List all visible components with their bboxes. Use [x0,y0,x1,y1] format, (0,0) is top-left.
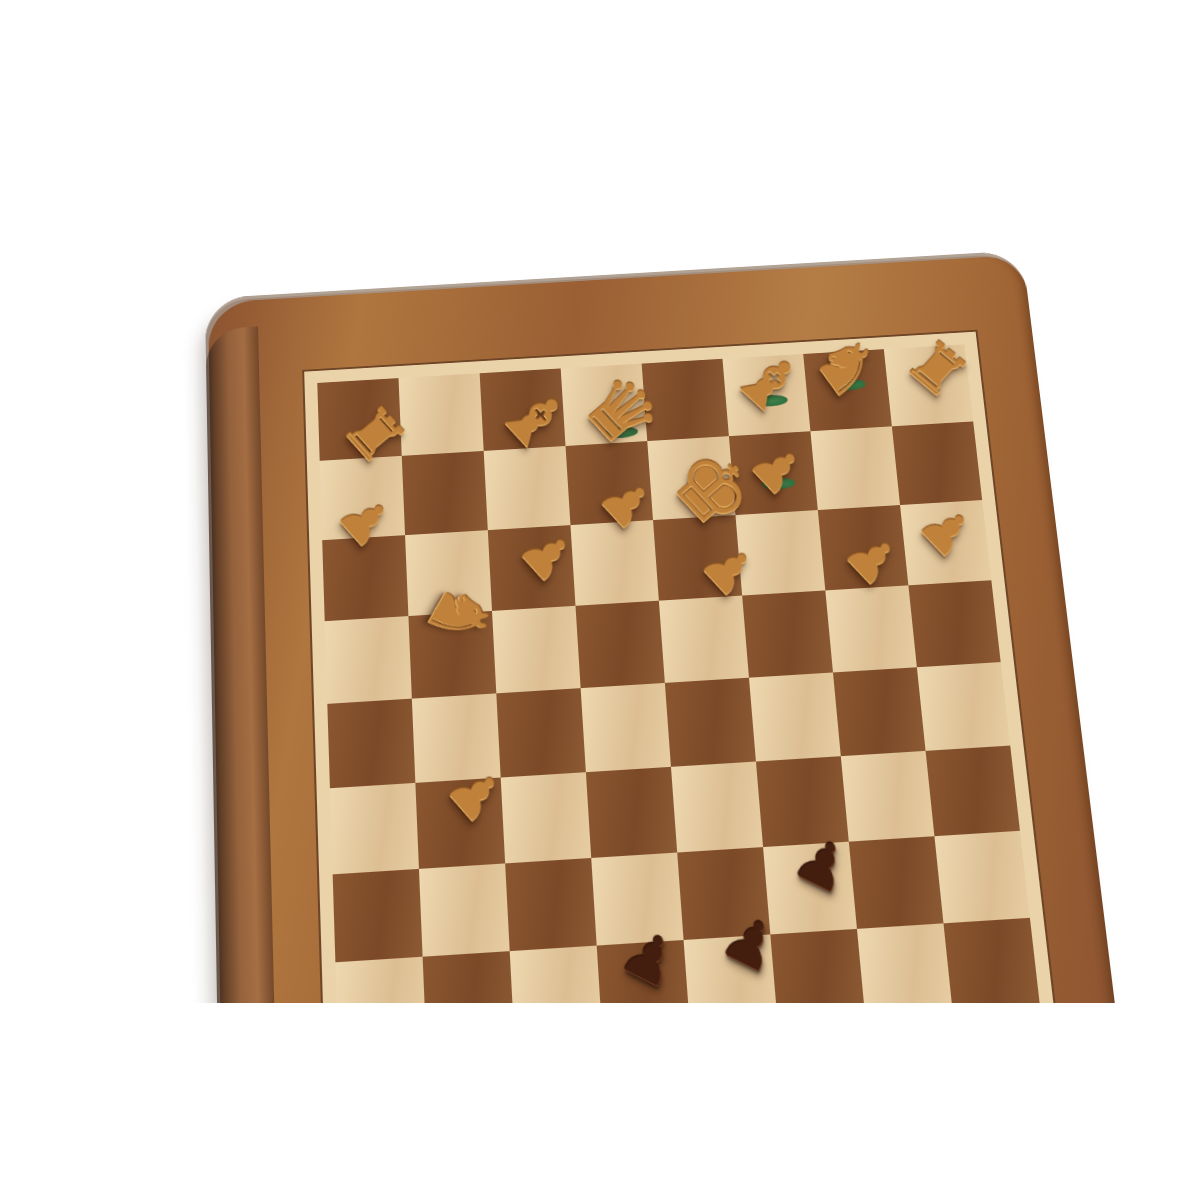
square-b2 [402,451,488,535]
square-b1 [399,373,484,456]
square-c5 [496,688,586,777]
square-h8 [943,918,1040,1003]
square-f8 [770,929,865,1003]
light-queen-d1: ♛ [581,371,658,452]
light-bishop-c1: ♝ [500,382,569,455]
light-pawn-b5: ♟ [448,764,502,825]
dark-pawn-f7: ♟ [793,832,852,896]
square-g2 [810,426,900,510]
square-f4 [742,590,833,677]
board-frame: ♜♝♛♝♞♜♟♟♚♟♞♟♟♟♟♟♟♟♟ [205,250,1135,1003]
square-h5 [917,662,1010,751]
square-h2 [892,421,982,505]
chess-grid: ♜♝♛♝♞♜♟♟♚♟♞♟♟♟♟♟♟♟♟ [317,344,1040,1003]
square-c8 [510,946,603,1003]
square-e6 [671,762,763,853]
square-h4 [908,580,1000,667]
light-knight-b3: ♞ [426,578,494,653]
square-g5 [833,667,926,756]
square-g4 [825,585,917,672]
light-pawn-h3: ♟ [918,502,974,559]
square-d6 [586,767,677,858]
square-a8 [335,957,426,1003]
light-knight-g1: ♞ [812,331,881,401]
square-e4 [659,596,749,683]
photo-crop: ♜♝♛♝♞♜♟♟♚♟♞♟♟♟♟♟♟♟♟ [0,0,1200,1003]
square-c7 [505,858,597,951]
product-photo: ♜♝♛♝♞♜♟♟♚♟♞♟♟♟♟♟♟♟♟ [0,0,1200,1200]
square-e5 [665,678,756,767]
square-b7 [419,863,510,956]
light-king-e2: ♚ [670,444,755,533]
light-pawn-f2: ♟ [750,441,804,497]
square-b8 [423,951,515,1003]
light-pawn-g3: ♟ [844,530,899,587]
square-f5 [749,672,841,761]
square-d4 [575,601,664,688]
light-pawn-d2: ♟ [600,475,654,532]
dark-pawn-d7: ♟ [620,925,679,991]
board-border: ♜♝♛♝♞♜♟♟♚♟♞♟♟♟♟♟♟♟♟ [302,330,1058,1003]
square-a4 [325,616,412,704]
chess-board-wrap: ♜♝♛♝♞♜♟♟♚♟♞♟♟♟♟♟♟♟♟ [205,250,1135,1003]
square-a6 [330,783,419,874]
square-a5 [327,699,415,789]
light-pawn-a2: ♟ [339,492,391,549]
square-h7 [934,831,1029,924]
dark-pawn-e7: ♟ [721,910,780,975]
square-g8 [857,923,953,1003]
light-rook-a1: ♜ [344,402,403,466]
box-side-edge [205,326,279,1003]
square-d5 [581,683,671,772]
light-pawn-e3: ♟ [701,541,756,599]
square-g6 [841,751,935,842]
square-a7 [333,869,423,962]
light-pawn-c3: ♟ [520,527,573,584]
square-g7 [849,836,944,929]
square-h6 [926,746,1020,837]
light-rook-h1: ♜ [905,337,967,400]
light-bishop-f1: ♝ [734,345,805,418]
